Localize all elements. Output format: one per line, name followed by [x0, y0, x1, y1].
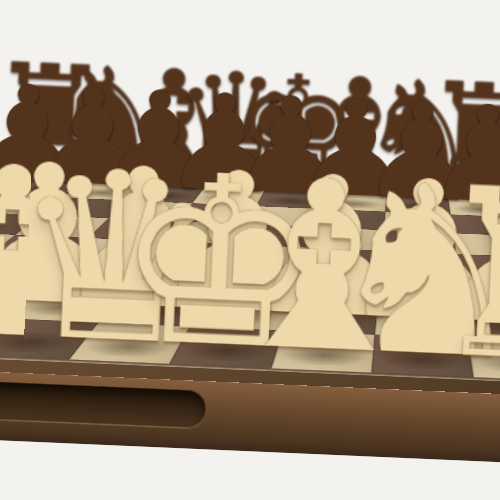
square-h1[interactable]: ♜ [467, 338, 500, 381]
chess-set-photo: ♜♞♝♛♚♝♞♜♟♟♟♟♟♟♟♟♟♟♟♟♟♟♟♟♜♞♝♛♚♝♞♜ [0, 0, 500, 500]
board-tilt-wrapper: ♜♞♝♛♚♝♞♜♟♟♟♟♟♟♟♟♟♟♟♟♟♟♟♟♜♞♝♛♚♝♞♜ [0, 0, 500, 500]
white-rook-h1[interactable]: ♜ [342, 153, 500, 402]
drawer-handle-groove[interactable] [0, 381, 207, 429]
board-grid: ♜♞♝♛♚♝♞♜♟♟♟♟♟♟♟♟♟♟♟♟♟♟♟♟♜♞♝♛♚♝♞♜ [0, 166, 500, 382]
chess-board: ♜♞♝♛♚♝♞♜♟♟♟♟♟♟♟♟♟♟♟♟♟♟♟♟♜♞♝♛♚♝♞♜ [0, 161, 500, 399]
